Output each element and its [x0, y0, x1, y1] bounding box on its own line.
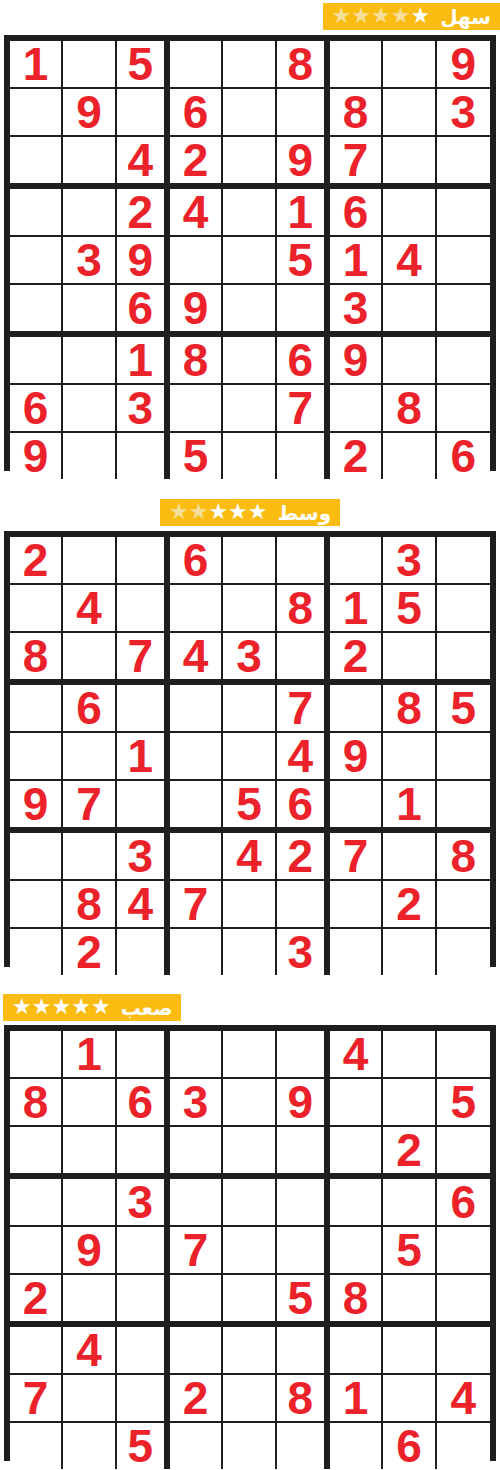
cell-r6c5[interactable]: 5 — [223, 781, 276, 833]
given-digit: 2 — [23, 1275, 49, 1321]
cell-r8c8[interactable] — [383, 1375, 436, 1423]
cell-r5c9[interactable] — [437, 1227, 490, 1275]
cell-r8c6[interactable]: 7 — [277, 385, 330, 433]
given-digit: 6 — [183, 89, 209, 135]
cell-r8c3[interactable] — [117, 1375, 170, 1423]
given-digit: 8 — [76, 881, 102, 927]
cell-r1c4[interactable] — [170, 1031, 223, 1079]
cell-r1c5[interactable] — [223, 41, 276, 89]
cell-r6c2[interactable]: 7 — [63, 781, 116, 833]
cell-r4c2[interactable]: 6 — [63, 685, 116, 733]
cell-r2c1[interactable] — [10, 89, 63, 137]
cell-r7c9[interactable]: 8 — [437, 833, 490, 881]
cell-r8c5[interactable] — [223, 1375, 276, 1423]
difficulty-stars: ★★★★★ — [332, 6, 431, 28]
cell-r6c8[interactable] — [383, 285, 436, 337]
cell-r7c7[interactable] — [330, 1327, 383, 1375]
cell-r9c1[interactable] — [10, 929, 63, 975]
cell-r8c1[interactable]: 7 — [10, 1375, 63, 1423]
cell-r3c9[interactable] — [437, 1127, 490, 1179]
given-digit: 3 — [343, 285, 369, 331]
cell-r6c5[interactable] — [223, 1275, 276, 1327]
cell-r2c3[interactable] — [117, 585, 170, 633]
cell-r4c5[interactable] — [223, 189, 276, 237]
cell-r5c4[interactable] — [170, 237, 223, 285]
difficulty-banner-medium: ★★★★★ وسط — [160, 499, 340, 526]
cell-r4c9[interactable]: 6 — [437, 1179, 490, 1227]
cell-r2c3[interactable]: 6 — [117, 1079, 170, 1127]
cell-r8c4[interactable]: 2 — [170, 1375, 223, 1423]
cell-r4c5[interactable] — [223, 685, 276, 733]
cell-r6c1[interactable]: 9 — [10, 781, 63, 833]
given-digit: 6 — [396, 1423, 422, 1469]
cell-r1c9[interactable]: 9 — [437, 41, 490, 89]
cell-r4c6[interactable] — [277, 1179, 330, 1227]
cell-r6c6[interactable]: 6 — [277, 781, 330, 833]
cell-r2c2[interactable]: 4 — [63, 585, 116, 633]
given-digit: 7 — [183, 1227, 209, 1273]
cell-r3c5[interactable] — [223, 1127, 276, 1179]
cell-r5c2[interactable]: 3 — [63, 237, 116, 285]
cell-r8c3[interactable]: 3 — [117, 385, 170, 433]
cell-r4c7[interactable] — [330, 1179, 383, 1227]
cell-r3c6[interactable] — [277, 633, 330, 685]
given-digit: 5 — [396, 585, 422, 631]
star-icon: ★ — [351, 5, 371, 27]
cell-r3c5[interactable] — [223, 137, 276, 189]
cell-r9c7[interactable] — [330, 929, 383, 975]
cell-r4c1[interactable] — [10, 685, 63, 733]
cell-r6c8[interactable]: 1 — [383, 781, 436, 833]
given-digit: 5 — [236, 781, 262, 827]
cell-r5c3[interactable]: 1 — [117, 733, 170, 781]
cell-r3c9[interactable] — [437, 633, 490, 685]
cell-r7c4[interactable] — [170, 1327, 223, 1375]
cell-r5c9[interactable] — [437, 237, 490, 285]
cell-r1c5[interactable] — [223, 1031, 276, 1079]
cell-r1c1[interactable] — [10, 1031, 63, 1079]
given-digit: 1 — [23, 41, 49, 87]
cell-r2c9[interactable] — [437, 585, 490, 633]
cell-r1c3[interactable] — [117, 1031, 170, 1079]
cell-r5c1[interactable] — [10, 1227, 63, 1275]
given-digit: 5 — [183, 433, 209, 479]
cell-r4c3[interactable]: 3 — [117, 1179, 170, 1227]
cell-r8c7[interactable] — [330, 881, 383, 929]
cell-r7c2[interactable] — [63, 833, 116, 881]
cell-r9c4[interactable] — [170, 929, 223, 975]
cell-r2c4[interactable]: 6 — [170, 89, 223, 137]
given-digit: 2 — [183, 1375, 209, 1421]
cell-r7c5[interactable]: 4 — [223, 833, 276, 881]
given-digit: 6 — [76, 685, 102, 731]
given-digit: 9 — [288, 137, 314, 183]
cell-r2c2[interactable] — [63, 1079, 116, 1127]
cell-r8c4[interactable]: 7 — [170, 881, 223, 929]
cell-r8c8[interactable]: 2 — [383, 881, 436, 929]
cell-r3c1[interactable]: 8 — [10, 633, 63, 685]
cell-r2c6[interactable]: 9 — [277, 1079, 330, 1127]
puzzle-medium: ★★★★★ وسط 263481587432678514997561342788… — [0, 499, 500, 967]
cell-r8c6[interactable] — [277, 881, 330, 929]
cell-r9c6[interactable] — [277, 433, 330, 479]
cell-r8c7[interactable]: 1 — [330, 1375, 383, 1423]
cell-r8c1[interactable]: 6 — [10, 385, 63, 433]
cell-r8c9[interactable]: 4 — [437, 1375, 490, 1423]
given-digit: 3 — [236, 633, 262, 679]
cell-r5c7[interactable]: 9 — [330, 733, 383, 781]
cell-r3c4[interactable]: 4 — [170, 633, 223, 685]
cell-r1c5[interactable] — [223, 537, 276, 585]
cell-r4c6[interactable]: 1 — [277, 189, 330, 237]
cell-r2c7[interactable] — [330, 1079, 383, 1127]
cell-r1c4[interactable]: 6 — [170, 537, 223, 585]
cell-r7c7[interactable]: 9 — [330, 337, 383, 385]
cell-r2c8[interactable]: 5 — [383, 585, 436, 633]
cell-r9c5[interactable] — [223, 929, 276, 975]
cell-r3c4[interactable] — [170, 1127, 223, 1179]
cell-r7c4[interactable]: 8 — [170, 337, 223, 385]
cell-r8c6[interactable]: 8 — [277, 1375, 330, 1423]
cell-r5c1[interactable] — [10, 237, 63, 285]
given-digit: 8 — [343, 89, 369, 135]
cell-r7c7[interactable]: 7 — [330, 833, 383, 881]
cell-r6c7[interactable]: 3 — [330, 285, 383, 337]
cell-r5c6[interactable]: 4 — [277, 733, 330, 781]
given-digit: 2 — [288, 833, 314, 879]
cell-r8c2[interactable] — [63, 385, 116, 433]
given-digit: 6 — [128, 285, 154, 331]
given-digit: 5 — [451, 1079, 477, 1125]
given-digit: 4 — [183, 633, 209, 679]
cell-r4c6[interactable]: 7 — [277, 685, 330, 733]
cell-r6c6[interactable]: 5 — [277, 1275, 330, 1327]
cell-r7c1[interactable] — [10, 833, 63, 881]
cell-r6c8[interactable] — [383, 1275, 436, 1327]
cell-r6c9[interactable] — [437, 781, 490, 833]
cell-r3c3[interactable]: 4 — [117, 137, 170, 189]
cell-r6c9[interactable] — [437, 1275, 490, 1327]
cell-r9c6[interactable] — [277, 1423, 330, 1469]
cell-r5c3[interactable] — [117, 1227, 170, 1275]
cell-r9c2[interactable] — [63, 433, 116, 479]
cell-r4c4[interactable] — [170, 685, 223, 733]
cell-r3c8[interactable]: 2 — [383, 1127, 436, 1179]
given-digit: 1 — [343, 585, 369, 631]
cell-r4c8[interactable]: 8 — [383, 685, 436, 733]
cell-r1c8[interactable] — [383, 1031, 436, 1079]
cell-r6c3[interactable]: 6 — [117, 285, 170, 337]
given-digit: 2 — [76, 929, 102, 975]
cell-r5c7[interactable]: 1 — [330, 237, 383, 285]
cell-r2c9[interactable]: 3 — [437, 89, 490, 137]
given-digit: 2 — [343, 433, 369, 479]
given-digit: 3 — [76, 237, 102, 283]
cell-r1c2[interactable] — [63, 41, 116, 89]
cell-r3c8[interactable] — [383, 633, 436, 685]
cell-r5c8[interactable]: 4 — [383, 237, 436, 285]
cell-r9c5[interactable] — [223, 433, 276, 479]
cell-r2c9[interactable]: 5 — [437, 1079, 490, 1127]
given-digit: 8 — [396, 685, 422, 731]
star-icon: ★ — [51, 996, 71, 1018]
cell-r5c6[interactable]: 5 — [277, 237, 330, 285]
given-digit: 6 — [128, 1079, 154, 1125]
cell-r5c8[interactable]: 5 — [383, 1227, 436, 1275]
cell-r9c9[interactable]: 6 — [437, 433, 490, 479]
cell-r3c1[interactable] — [10, 1127, 63, 1179]
cell-r1c7[interactable]: 4 — [330, 1031, 383, 1079]
cell-r5c1[interactable] — [10, 733, 63, 781]
cell-r9c7[interactable]: 2 — [330, 433, 383, 479]
star-icon: ★ — [411, 5, 431, 27]
cell-r2c8[interactable] — [383, 89, 436, 137]
cell-r7c8[interactable] — [383, 833, 436, 881]
star-icon: ★ — [169, 501, 189, 523]
cell-r1c3[interactable] — [117, 537, 170, 585]
cell-r2c7[interactable]: 8 — [330, 89, 383, 137]
given-digit: 7 — [343, 833, 369, 879]
cell-r9c6[interactable]: 3 — [277, 929, 330, 975]
cell-r3c4[interactable]: 2 — [170, 137, 223, 189]
cell-r2c6[interactable]: 8 — [277, 585, 330, 633]
cell-r1c7[interactable] — [330, 537, 383, 585]
cell-r9c8[interactable]: 6 — [383, 1423, 436, 1469]
cell-r7c3[interactable] — [117, 1327, 170, 1375]
cell-r2c4[interactable]: 3 — [170, 1079, 223, 1127]
cell-r4c8[interactable] — [383, 1179, 436, 1227]
cell-r1c4[interactable] — [170, 41, 223, 89]
cell-r4c4[interactable]: 4 — [170, 189, 223, 237]
cell-r9c4[interactable] — [170, 1423, 223, 1469]
cell-r4c1[interactable] — [10, 189, 63, 237]
cell-r3c8[interactable] — [383, 137, 436, 189]
given-digit: 9 — [76, 89, 102, 135]
given-digit: 4 — [183, 189, 209, 235]
cell-r1c6[interactable] — [277, 537, 330, 585]
cell-r2c1[interactable] — [10, 585, 63, 633]
given-digit: 4 — [128, 137, 154, 183]
star-icon: ★ — [228, 501, 248, 523]
given-digit: 9 — [183, 285, 209, 331]
star-icon: ★ — [71, 996, 91, 1018]
cell-r3c1[interactable] — [10, 137, 63, 189]
cell-r5c9[interactable] — [437, 733, 490, 781]
cell-r7c9[interactable] — [437, 337, 490, 385]
cell-r9c3[interactable] — [117, 433, 170, 479]
cell-r1c9[interactable] — [437, 537, 490, 585]
cell-r4c9[interactable] — [437, 189, 490, 237]
cell-r1c2[interactable]: 1 — [63, 1031, 116, 1079]
cell-r5c6[interactable] — [277, 1227, 330, 1275]
cell-r7c4[interactable] — [170, 833, 223, 881]
cell-r7c2[interactable]: 4 — [63, 1327, 116, 1375]
cell-r2c6[interactable] — [277, 89, 330, 137]
cell-r9c4[interactable]: 5 — [170, 433, 223, 479]
cell-r4c7[interactable] — [330, 685, 383, 733]
cell-r6c1[interactable] — [10, 285, 63, 337]
cell-r5c3[interactable]: 9 — [117, 237, 170, 285]
cell-r8c1[interactable] — [10, 881, 63, 929]
cell-r6c9[interactable] — [437, 285, 490, 337]
cell-r7c2[interactable] — [63, 337, 116, 385]
cell-r7c1[interactable] — [10, 1327, 63, 1375]
given-digit: 4 — [76, 585, 102, 631]
cell-r7c9[interactable] — [437, 1327, 490, 1375]
given-digit: 1 — [288, 189, 314, 235]
cell-r6c1[interactable]: 2 — [10, 1275, 63, 1327]
cell-r2c1[interactable]: 8 — [10, 1079, 63, 1127]
cell-r2c2[interactable]: 9 — [63, 89, 116, 137]
cell-r2c4[interactable] — [170, 585, 223, 633]
cell-r9c2[interactable]: 2 — [63, 929, 116, 975]
cell-r9c9[interactable] — [437, 1423, 490, 1469]
cell-r3c5[interactable]: 3 — [223, 633, 276, 685]
cell-r6c2[interactable] — [63, 1275, 116, 1327]
cell-r1c3[interactable]: 5 — [117, 41, 170, 89]
cell-r7c5[interactable] — [223, 1327, 276, 1375]
cell-r3c7[interactable] — [330, 1127, 383, 1179]
cell-r2c5[interactable] — [223, 89, 276, 137]
cell-r1c1[interactable]: 1 — [10, 41, 63, 89]
cell-r5c2[interactable] — [63, 733, 116, 781]
cell-r8c5[interactable] — [223, 881, 276, 929]
given-digit: 6 — [183, 537, 209, 583]
cell-r4c4[interactable] — [170, 1179, 223, 1227]
cell-r6c2[interactable] — [63, 285, 116, 337]
cell-r3c3[interactable]: 7 — [117, 633, 170, 685]
cell-r8c3[interactable]: 4 — [117, 881, 170, 929]
given-digit: 8 — [183, 337, 209, 383]
given-digit: 4 — [396, 237, 422, 283]
cell-r7c8[interactable] — [383, 1327, 436, 1375]
given-digit: 7 — [128, 633, 154, 679]
cell-r8c8[interactable]: 8 — [383, 385, 436, 433]
given-digit: 6 — [288, 781, 314, 827]
cell-r5c7[interactable] — [330, 1227, 383, 1275]
cell-r4c5[interactable] — [223, 1179, 276, 1227]
cell-r2c8[interactable] — [383, 1079, 436, 1127]
cell-r7c8[interactable] — [383, 337, 436, 385]
cell-r4c3[interactable]: 2 — [117, 189, 170, 237]
given-digit: 5 — [451, 685, 477, 731]
cell-r7c1[interactable] — [10, 337, 63, 385]
cell-r6c3[interactable] — [117, 781, 170, 833]
cell-r3c7[interactable]: 2 — [330, 633, 383, 685]
difficulty-banner-easy: ★★★★★ سهل — [323, 3, 500, 30]
cell-r1c8[interactable]: 3 — [383, 537, 436, 585]
cell-r6c4[interactable] — [170, 781, 223, 833]
cell-r3c6[interactable]: 9 — [277, 137, 330, 189]
cell-r5c4[interactable]: 7 — [170, 1227, 223, 1275]
cell-r2c5[interactable] — [223, 585, 276, 633]
given-digit: 4 — [76, 1327, 102, 1373]
cell-r1c6[interactable]: 8 — [277, 41, 330, 89]
given-digit: 9 — [128, 237, 154, 283]
cell-r6c4[interactable]: 9 — [170, 285, 223, 337]
cell-r8c7[interactable] — [330, 385, 383, 433]
cell-r3c9[interactable] — [437, 137, 490, 189]
given-digit: 8 — [451, 833, 477, 879]
cell-r7c3[interactable]: 1 — [117, 337, 170, 385]
cell-r8c9[interactable] — [437, 385, 490, 433]
cell-r1c9[interactable] — [437, 1031, 490, 1079]
cell-r9c1[interactable]: 9 — [10, 433, 63, 479]
cell-r6c3[interactable] — [117, 1275, 170, 1327]
cell-r6c4[interactable] — [170, 1275, 223, 1327]
cell-r4c3[interactable] — [117, 685, 170, 733]
cell-r5c5[interactable] — [223, 237, 276, 285]
cell-r9c8[interactable] — [383, 433, 436, 479]
given-digit: 1 — [343, 237, 369, 283]
cell-r1c6[interactable] — [277, 1031, 330, 1079]
cell-r9c8[interactable] — [383, 929, 436, 975]
cell-r9c1[interactable] — [10, 1423, 63, 1469]
cell-r6c5[interactable] — [223, 285, 276, 337]
cell-r8c2[interactable]: 8 — [63, 881, 116, 929]
cell-r8c2[interactable] — [63, 1375, 116, 1423]
cell-r1c1[interactable]: 2 — [10, 537, 63, 585]
cell-r3c2[interactable] — [63, 633, 116, 685]
cell-r2c3[interactable] — [117, 89, 170, 137]
cell-r4c7[interactable]: 6 — [330, 189, 383, 237]
cell-r6c7[interactable]: 8 — [330, 1275, 383, 1327]
given-digit: 8 — [343, 1275, 369, 1321]
cell-r9c3[interactable] — [117, 929, 170, 975]
cell-r5c2[interactable]: 9 — [63, 1227, 116, 1275]
cell-r3c3[interactable] — [117, 1127, 170, 1179]
cell-r1c7[interactable] — [330, 41, 383, 89]
cell-r3c2[interactable] — [63, 137, 116, 189]
cell-r6c7[interactable] — [330, 781, 383, 833]
given-digit: 3 — [288, 929, 314, 975]
cell-r3c6[interactable] — [277, 1127, 330, 1179]
difficulty-label: سهل — [440, 7, 491, 27]
cell-r7c3[interactable]: 3 — [117, 833, 170, 881]
cell-r5c5[interactable] — [223, 1227, 276, 1275]
cell-r1c8[interactable] — [383, 41, 436, 89]
cell-r4c9[interactable]: 5 — [437, 685, 490, 733]
cell-r8c4[interactable] — [170, 385, 223, 433]
cell-r2c5[interactable] — [223, 1079, 276, 1127]
cell-r7c6[interactable] — [277, 1327, 330, 1375]
cell-r4c2[interactable] — [63, 1179, 116, 1227]
cell-r3c2[interactable] — [63, 1127, 116, 1179]
cell-r6c6[interactable] — [277, 285, 330, 337]
given-digit: 6 — [451, 1179, 477, 1225]
cell-r7c6[interactable]: 6 — [277, 337, 330, 385]
cell-r5c4[interactable] — [170, 733, 223, 781]
cell-r3c7[interactable]: 7 — [330, 137, 383, 189]
cell-r9c9[interactable] — [437, 929, 490, 975]
cell-r8c9[interactable] — [437, 881, 490, 929]
cell-r7c6[interactable]: 2 — [277, 833, 330, 881]
cell-r5c8[interactable] — [383, 733, 436, 781]
cell-r4c2[interactable] — [63, 189, 116, 237]
cell-r1c2[interactable] — [63, 537, 116, 585]
cell-r9c2[interactable] — [63, 1423, 116, 1469]
cell-r9c3[interactable]: 5 — [117, 1423, 170, 1469]
difficulty-stars: ★★★★★ — [169, 502, 268, 524]
cell-r4c8[interactable] — [383, 189, 436, 237]
cell-r2c7[interactable]: 1 — [330, 585, 383, 633]
cell-r5c5[interactable] — [223, 733, 276, 781]
cell-r9c7[interactable] — [330, 1423, 383, 1469]
cell-r4c1[interactable] — [10, 1179, 63, 1227]
cell-r8c5[interactable] — [223, 385, 276, 433]
cell-r7c5[interactable] — [223, 337, 276, 385]
cell-r9c5[interactable] — [223, 1423, 276, 1469]
